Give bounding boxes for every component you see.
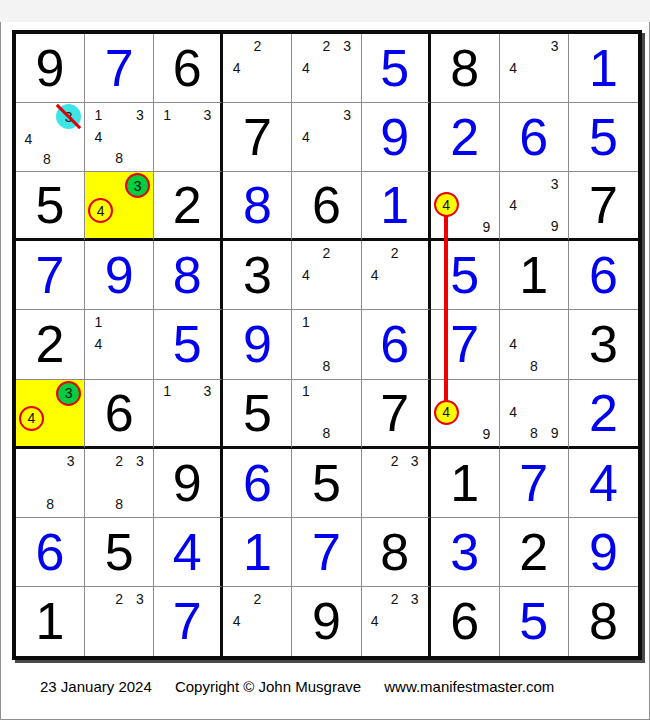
solved-digit: 2 xyxy=(431,103,499,171)
candidate-8[interactable]: 8 xyxy=(109,148,130,170)
candidate-4[interactable]: 4 xyxy=(503,402,524,423)
candidate-4[interactable]: 4 xyxy=(503,333,524,355)
candidate-8[interactable]: 8 xyxy=(523,355,544,377)
candidate-1[interactable]: 1 xyxy=(157,104,177,126)
cell-r5c4[interactable]: 9 xyxy=(223,310,292,379)
cell-r6c2[interactable]: 6 xyxy=(85,380,154,449)
given-digit: 3 xyxy=(223,241,291,309)
solved-digit: 5 xyxy=(431,241,499,309)
solved-digit: 5 xyxy=(362,34,428,102)
cell-r4c3[interactable]: 8 xyxy=(154,241,223,310)
solved-digit: 5 xyxy=(569,103,638,171)
pencil-marks: 13 xyxy=(157,381,217,444)
cell-r7c1[interactable]: 38 xyxy=(16,449,85,518)
candidate-3-green-circle[interactable]: 3 xyxy=(125,173,150,198)
cell-r4c1[interactable]: 7 xyxy=(16,241,85,310)
cell-r4c2[interactable]: 9 xyxy=(85,241,154,310)
cell-r5c2[interactable]: 14 xyxy=(85,310,154,379)
cell-r9c1[interactable]: 1 xyxy=(16,587,85,656)
solved-digit: 6 xyxy=(569,241,638,309)
candidate-4[interactable]: 4 xyxy=(226,610,247,632)
pencil-marks: 24 xyxy=(365,242,425,307)
solved-digit: 7 xyxy=(16,241,84,309)
candidate-4[interactable]: 4 xyxy=(365,264,385,286)
cell-r3c7[interactable]: 49 xyxy=(431,172,500,241)
cell-r5c3[interactable]: 5 xyxy=(154,310,223,379)
cell-r6c9[interactable]: 2 xyxy=(569,380,638,449)
cell-r6c4[interactable]: 5 xyxy=(223,380,292,449)
pencil-marks: 349 xyxy=(503,173,565,236)
cell-r5c7[interactable]: 7 xyxy=(431,310,500,379)
cell-r4c4[interactable]: 3 xyxy=(223,241,292,310)
given-digit: 8 xyxy=(362,518,428,586)
solved-digit: 7 xyxy=(431,310,499,378)
pencil-marks: 238 xyxy=(88,450,150,515)
cell-r7c4[interactable]: 6 xyxy=(223,449,292,518)
given-digit: 6 xyxy=(85,380,153,446)
cell-r1c4[interactable]: 24 xyxy=(223,34,292,103)
candidate-3[interactable]: 3 xyxy=(544,173,565,194)
candidate-3[interactable]: 3 xyxy=(544,35,565,57)
cell-r3c4[interactable]: 8 xyxy=(223,172,292,241)
given-digit: 8 xyxy=(569,587,638,656)
footer-website[interactable]: www.manifestmaster.com xyxy=(384,678,554,695)
pencil-marks: 24 xyxy=(295,242,357,307)
candidate-3-green-circle[interactable]: 3 xyxy=(56,381,81,406)
given-digit: 2 xyxy=(154,172,220,238)
pencil-marks: 34 xyxy=(503,35,565,100)
cell-r8c4[interactable]: 1 xyxy=(223,518,292,587)
solved-digit: 8 xyxy=(154,241,220,309)
pencil-marks: 48 xyxy=(503,311,565,376)
solved-digit: 3 xyxy=(431,518,499,586)
given-digit: 5 xyxy=(85,518,153,586)
cell-r4c7[interactable]: 5 xyxy=(431,241,500,310)
pencil-marks: 49 xyxy=(434,381,496,444)
given-digit: 2 xyxy=(16,310,84,378)
solved-digit: 6 xyxy=(500,103,568,171)
window-chrome-strip xyxy=(0,0,650,22)
candidate-2[interactable]: 2 xyxy=(247,35,268,57)
given-digit: 9 xyxy=(16,34,84,102)
given-digit: 5 xyxy=(16,172,84,238)
given-digit: 5 xyxy=(223,380,291,446)
cell-r2c9[interactable]: 5 xyxy=(569,103,638,172)
pencil-marks: 234 xyxy=(365,588,425,654)
page: 9762423458341348134813734926553428614934… xyxy=(0,0,650,720)
cell-r9c8[interactable]: 5 xyxy=(500,587,569,656)
cell-r6c1[interactable]: 34 xyxy=(16,380,85,449)
cell-r3c1[interactable]: 5 xyxy=(16,172,85,241)
cell-r5c8[interactable]: 48 xyxy=(500,310,569,379)
cell-r7c3[interactable]: 9 xyxy=(154,449,223,518)
cell-r1c7[interactable]: 8 xyxy=(431,34,500,103)
candidate-8[interactable]: 8 xyxy=(38,149,57,169)
cell-r5c6[interactable]: 6 xyxy=(362,310,431,379)
candidate-3[interactable]: 3 xyxy=(130,104,151,126)
cell-r9c9[interactable]: 8 xyxy=(569,587,638,656)
cell-r4c8[interactable]: 1 xyxy=(500,241,569,310)
cell-r6c3[interactable]: 13 xyxy=(154,380,223,449)
candidate-3[interactable]: 3 xyxy=(197,104,217,126)
cell-r5c1[interactable]: 2 xyxy=(16,310,85,379)
candidate-3[interactable]: 3 xyxy=(405,588,425,610)
cell-r7c2[interactable]: 238 xyxy=(85,449,154,518)
pencil-marks: 489 xyxy=(503,381,565,444)
candidate-1[interactable]: 1 xyxy=(157,381,177,402)
candidate-4-yellow-circle[interactable]: 4 xyxy=(434,192,459,217)
given-digit: 7 xyxy=(223,103,291,171)
candidate-4[interactable]: 4 xyxy=(226,57,247,79)
cell-r2c6[interactable]: 9 xyxy=(362,103,431,172)
given-digit: 9 xyxy=(292,587,360,656)
cell-r9c4[interactable]: 24 xyxy=(223,587,292,656)
solved-digit: 7 xyxy=(85,34,153,102)
cell-r7c5[interactable]: 5 xyxy=(292,449,361,518)
cell-r8c9[interactable]: 9 xyxy=(569,518,638,587)
given-digit: 3 xyxy=(569,310,638,378)
cell-r1c9[interactable]: 1 xyxy=(569,34,638,103)
candidate-4[interactable]: 4 xyxy=(365,610,385,632)
cell-r1c1[interactable]: 9 xyxy=(16,34,85,103)
solved-digit: 9 xyxy=(85,241,153,309)
footer-copyright: Copyright © John Musgrave xyxy=(175,678,361,695)
candidate-4[interactable]: 4 xyxy=(88,333,109,355)
cell-r8c8[interactable]: 2 xyxy=(500,518,569,587)
candidate-4-yellow-circle[interactable]: 4 xyxy=(434,400,459,425)
pencil-marks: 24 xyxy=(226,35,288,100)
cell-r4c6[interactable]: 24 xyxy=(362,241,431,310)
chain-link-line xyxy=(444,205,448,412)
pencil-marks: 234 xyxy=(295,35,357,100)
given-digit: 1 xyxy=(16,587,84,656)
given-digit: 6 xyxy=(431,587,499,656)
given-digit: 6 xyxy=(292,172,360,238)
candidate-2[interactable]: 2 xyxy=(247,588,268,610)
solved-digit: 6 xyxy=(223,449,291,517)
cell-r4c9[interactable]: 6 xyxy=(569,241,638,310)
candidate-2[interactable]: 2 xyxy=(385,242,405,264)
cell-r4c5[interactable]: 24 xyxy=(292,241,361,310)
cell-r9c2[interactable]: 23 xyxy=(85,587,154,656)
solved-digit: 1 xyxy=(569,34,638,102)
candidate-8[interactable]: 8 xyxy=(316,423,337,444)
cell-r3c9[interactable]: 7 xyxy=(569,172,638,241)
cell-r5c5[interactable]: 18 xyxy=(292,310,361,379)
cell-r3c2[interactable]: 34 xyxy=(85,172,154,241)
candidate-4-yellow-circle[interactable]: 4 xyxy=(88,198,113,223)
candidate-9[interactable]: 9 xyxy=(544,215,565,236)
cell-r8c1[interactable]: 6 xyxy=(16,518,85,587)
given-digit: 9 xyxy=(154,449,220,517)
solved-digit: 9 xyxy=(223,310,291,378)
cell-r3c6[interactable]: 1 xyxy=(362,172,431,241)
cell-r9c3[interactable]: 7 xyxy=(154,587,223,656)
solved-digit: 9 xyxy=(569,518,638,586)
pencil-marks: 24 xyxy=(226,588,288,654)
candidate-2[interactable]: 2 xyxy=(385,450,405,472)
candidate-3[interactable]: 3 xyxy=(130,588,151,610)
candidate-1[interactable]: 1 xyxy=(295,381,316,402)
cell-r1c3[interactable]: 6 xyxy=(154,34,223,103)
pencil-marks: 23 xyxy=(365,450,425,515)
given-digit: 7 xyxy=(569,172,638,238)
cell-r2c5[interactable]: 34 xyxy=(292,103,361,172)
cell-r8c5[interactable]: 7 xyxy=(292,518,361,587)
cell-r1c6[interactable]: 5 xyxy=(362,34,431,103)
solved-digit: 9 xyxy=(362,103,428,171)
candidate-3[interactable]: 3 xyxy=(60,450,81,472)
candidate-4[interactable]: 4 xyxy=(295,126,316,148)
solved-digit: 8 xyxy=(223,172,291,238)
cell-r7c6[interactable]: 23 xyxy=(362,449,431,518)
pencil-marks: 23 xyxy=(88,588,150,654)
footer: 23 January 2024 Copyright © John Musgrav… xyxy=(40,678,573,695)
given-digit: 5 xyxy=(292,449,360,517)
given-digit: 1 xyxy=(431,449,499,517)
cell-r3c3[interactable]: 2 xyxy=(154,172,223,241)
candidate-8[interactable]: 8 xyxy=(316,355,337,377)
cell-r3c8[interactable]: 349 xyxy=(500,172,569,241)
cell-r2c3[interactable]: 13 xyxy=(154,103,223,172)
cell-r7c7[interactable]: 1 xyxy=(431,449,500,518)
candidate-9[interactable]: 9 xyxy=(477,217,496,236)
pencil-marks: 13 xyxy=(157,104,217,169)
solved-digit: 2 xyxy=(569,380,638,446)
given-digit: 1 xyxy=(500,241,568,309)
solved-digit: 5 xyxy=(500,587,568,656)
candidate-3[interactable]: 3 xyxy=(405,450,425,472)
cell-r9c7[interactable]: 6 xyxy=(431,587,500,656)
solved-digit: 7 xyxy=(500,449,568,517)
given-digit: 6 xyxy=(154,34,220,102)
given-digit: 7 xyxy=(362,380,428,446)
cell-r2c8[interactable]: 6 xyxy=(500,103,569,172)
candidate-9[interactable]: 9 xyxy=(477,425,496,444)
sudoku-board: 9762423458341348134813734926553428614934… xyxy=(12,30,642,660)
solved-digit: 4 xyxy=(154,518,220,586)
solved-digit: 4 xyxy=(569,449,638,517)
candidate-9[interactable]: 9 xyxy=(544,423,565,444)
candidate-3-cyan-circle[interactable]: 3 xyxy=(56,104,81,129)
cell-r8c3[interactable]: 4 xyxy=(154,518,223,587)
solved-digit: 7 xyxy=(292,518,360,586)
cell-r9c6[interactable]: 234 xyxy=(362,587,431,656)
candidate-4[interactable]: 4 xyxy=(503,194,524,215)
cell-r2c2[interactable]: 1348 xyxy=(85,103,154,172)
candidate-4[interactable]: 4 xyxy=(295,57,316,79)
cell-r2c7[interactable]: 2 xyxy=(431,103,500,172)
pencil-marks: 18 xyxy=(295,381,357,444)
candidate-2[interactable]: 2 xyxy=(109,588,130,610)
candidate-4[interactable]: 4 xyxy=(295,264,316,286)
cell-r2c4[interactable]: 7 xyxy=(223,103,292,172)
solved-digit: 6 xyxy=(362,310,428,378)
cell-r6c7[interactable]: 49 xyxy=(431,380,500,449)
solved-digit: 1 xyxy=(362,172,428,238)
cell-r3c5[interactable]: 6 xyxy=(292,172,361,241)
candidate-3[interactable]: 3 xyxy=(130,450,151,472)
cell-r6c8[interactable]: 489 xyxy=(500,380,569,449)
cell-r9c5[interactable]: 9 xyxy=(292,587,361,656)
candidate-2[interactable]: 2 xyxy=(316,242,337,264)
footer-date: 23 January 2024 xyxy=(40,678,152,695)
solved-digit: 1 xyxy=(223,518,291,586)
cell-r1c8[interactable]: 34 xyxy=(500,34,569,103)
candidate-1[interactable]: 1 xyxy=(88,104,109,126)
pencil-marks: 34 xyxy=(19,381,81,444)
candidate-4[interactable]: 4 xyxy=(88,126,109,148)
cell-r1c2[interactable]: 7 xyxy=(85,34,154,103)
cell-r1c5[interactable]: 234 xyxy=(292,34,361,103)
pencil-marks: 34 xyxy=(88,173,150,236)
candidate-4-yellow-circle[interactable]: 4 xyxy=(19,406,44,431)
pencil-marks: 1348 xyxy=(88,104,150,169)
pencil-marks: 14 xyxy=(88,311,150,376)
pencil-marks: 18 xyxy=(295,311,357,376)
given-digit: 8 xyxy=(431,34,499,102)
candidate-1[interactable]: 1 xyxy=(295,311,316,333)
candidate-3[interactable]: 3 xyxy=(197,381,217,402)
candidate-8[interactable]: 8 xyxy=(523,423,544,444)
candidate-2[interactable]: 2 xyxy=(385,588,405,610)
solved-digit: 6 xyxy=(16,518,84,586)
pencil-marks: 34 xyxy=(295,104,357,169)
cell-r7c9[interactable]: 4 xyxy=(569,449,638,518)
candidate-4[interactable]: 4 xyxy=(503,57,524,79)
solved-digit: 7 xyxy=(154,587,220,656)
cell-r8c2[interactable]: 5 xyxy=(85,518,154,587)
candidate-8[interactable]: 8 xyxy=(109,493,130,515)
solved-digit: 5 xyxy=(154,310,220,378)
candidate-8[interactable]: 8 xyxy=(40,493,61,515)
cell-r6c6[interactable]: 7 xyxy=(362,380,431,449)
candidate-2[interactable]: 2 xyxy=(316,35,337,57)
candidate-3[interactable]: 3 xyxy=(337,104,358,126)
cell-r8c7[interactable]: 3 xyxy=(431,518,500,587)
pencil-marks: 348 xyxy=(19,104,81,169)
candidate-1[interactable]: 1 xyxy=(88,311,109,333)
cell-r6c5[interactable]: 18 xyxy=(292,380,361,449)
cell-r2c1[interactable]: 348 xyxy=(16,103,85,172)
candidate-2[interactable]: 2 xyxy=(109,450,130,472)
candidate-4[interactable]: 4 xyxy=(19,129,38,149)
cell-r7c8[interactable]: 7 xyxy=(500,449,569,518)
pencil-marks: 38 xyxy=(19,450,81,515)
cell-r5c9[interactable]: 3 xyxy=(569,310,638,379)
candidate-3[interactable]: 3 xyxy=(337,35,358,57)
given-digit: 2 xyxy=(500,518,568,586)
cell-r8c6[interactable]: 8 xyxy=(362,518,431,587)
pencil-marks: 49 xyxy=(434,173,496,236)
